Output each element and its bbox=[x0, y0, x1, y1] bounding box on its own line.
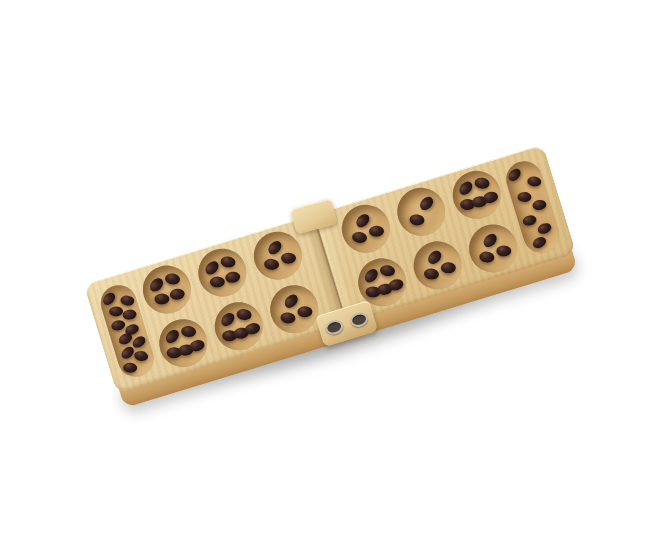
seed bbox=[440, 262, 455, 273]
seed bbox=[224, 270, 240, 283]
seed bbox=[353, 211, 371, 229]
seed bbox=[425, 248, 443, 266]
product-photo bbox=[0, 0, 650, 550]
pit-bottom-3[interactable] bbox=[264, 279, 324, 339]
pit-top-4[interactable] bbox=[336, 199, 396, 259]
seed bbox=[154, 293, 169, 304]
pit-top-3[interactable] bbox=[248, 226, 308, 286]
seed bbox=[209, 276, 224, 287]
seed bbox=[530, 235, 547, 251]
seed bbox=[281, 292, 299, 310]
seed bbox=[417, 194, 435, 212]
seed bbox=[408, 213, 424, 226]
seed bbox=[297, 306, 312, 317]
seed bbox=[168, 287, 184, 300]
seed bbox=[478, 251, 494, 264]
seed bbox=[496, 245, 511, 256]
seed bbox=[351, 231, 367, 244]
hinge-eyelet bbox=[324, 318, 345, 337]
seed bbox=[280, 252, 295, 263]
seed bbox=[265, 238, 283, 256]
seed bbox=[163, 327, 181, 345]
pit-top-5[interactable] bbox=[391, 182, 451, 242]
seed bbox=[423, 267, 439, 280]
seed bbox=[164, 272, 180, 285]
seed bbox=[506, 166, 523, 183]
seed bbox=[379, 264, 395, 277]
pit-bottom-5[interactable] bbox=[408, 235, 468, 295]
seed bbox=[119, 295, 134, 306]
seed bbox=[362, 266, 380, 284]
pit-bottom-1[interactable] bbox=[153, 313, 213, 373]
seed bbox=[100, 290, 117, 307]
pit-bottom-4[interactable] bbox=[352, 252, 412, 312]
seed bbox=[122, 362, 137, 373]
seed bbox=[218, 310, 236, 328]
seed bbox=[531, 199, 546, 211]
seed bbox=[121, 309, 136, 321]
seed bbox=[473, 177, 489, 190]
seed bbox=[521, 214, 537, 227]
seed bbox=[536, 221, 553, 236]
seed bbox=[180, 325, 196, 338]
seed bbox=[480, 231, 498, 249]
seed bbox=[517, 192, 531, 202]
seed bbox=[133, 350, 149, 362]
seed bbox=[219, 255, 235, 268]
pit-top-6[interactable] bbox=[447, 165, 507, 225]
pit-top-2[interactable] bbox=[192, 243, 252, 303]
seed bbox=[108, 306, 122, 316]
seed bbox=[147, 275, 165, 293]
pit-bottom-2[interactable] bbox=[209, 296, 269, 356]
seed bbox=[202, 258, 220, 276]
seed bbox=[263, 258, 279, 271]
seed bbox=[235, 308, 251, 321]
seed bbox=[368, 225, 383, 236]
seed bbox=[456, 179, 474, 197]
seed bbox=[526, 175, 541, 186]
pit-bottom-6[interactable] bbox=[463, 218, 523, 278]
seed bbox=[110, 319, 126, 332]
seed bbox=[279, 311, 295, 324]
pit-top-1[interactable] bbox=[137, 260, 197, 320]
